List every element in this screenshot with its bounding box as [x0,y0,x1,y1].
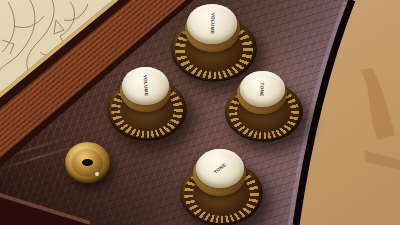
knob-label: VOLUME [142,75,148,97]
jack-tip-ring [95,172,99,176]
jack-nut-ring [71,148,104,177]
jack-gold-flange [65,142,110,183]
knob-cap: TONE [196,149,244,188]
guitar-body-photo: VOLUME VOLUME TONE TONE [0,0,400,225]
knob-label: TONE [260,82,265,96]
jack-socket [82,159,93,166]
knob-label: VOLUME [209,13,215,35]
output-jack [65,142,110,183]
knob-cap: VOLUME [122,67,168,105]
tone-knob-right: TONE [225,71,303,142]
knob-cap: TONE [240,71,285,107]
volume-knob-left: VOLUME [107,67,187,141]
knob-label: TONE [213,162,227,174]
tone-knob-bottom: TONE [180,149,263,225]
knob-cap: VOLUME [187,4,237,44]
